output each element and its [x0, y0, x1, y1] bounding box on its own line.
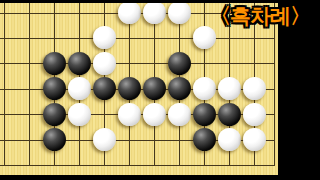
white-stone	[93, 52, 116, 75]
white-stone	[243, 77, 266, 100]
white-stone	[218, 77, 241, 100]
white-stone	[168, 103, 191, 126]
grid-line-h	[0, 63, 275, 64]
white-stone	[168, 3, 191, 24]
black-stone	[43, 103, 66, 126]
grid-line-v	[4, 3, 5, 166]
black-stone	[168, 52, 191, 75]
black-stone	[43, 52, 66, 75]
black-stone	[43, 128, 66, 151]
video-frame: 〈흑차례〉	[0, 0, 320, 180]
black-stone	[193, 128, 216, 151]
grid-line-v	[29, 3, 30, 166]
black-stone	[93, 77, 116, 100]
white-stone	[93, 26, 116, 49]
white-stone	[143, 3, 166, 24]
grid-line-h	[0, 165, 275, 166]
black-stone	[143, 77, 166, 100]
black-stone	[118, 77, 141, 100]
black-stone	[218, 103, 241, 126]
white-stone	[243, 128, 266, 151]
white-stone	[68, 77, 91, 100]
black-stone	[43, 77, 66, 100]
white-stone	[118, 103, 141, 126]
white-stone	[68, 103, 91, 126]
turn-banner: 〈흑차례〉	[210, 2, 310, 30]
grid-line-h	[0, 38, 275, 39]
white-stone	[143, 103, 166, 126]
white-stone	[118, 3, 141, 24]
black-stone	[193, 103, 216, 126]
black-stone	[68, 52, 91, 75]
white-stone	[243, 103, 266, 126]
white-stone	[193, 77, 216, 100]
white-stone	[218, 128, 241, 151]
white-stone	[93, 128, 116, 151]
black-stone	[168, 77, 191, 100]
